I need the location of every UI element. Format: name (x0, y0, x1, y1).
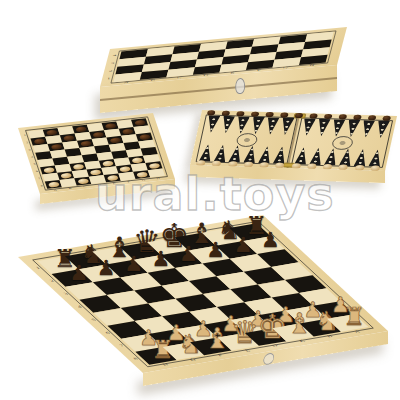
backgammon-point (235, 116, 250, 134)
coordinate-label: 4 (73, 304, 87, 309)
coordinate-label: 5 (31, 163, 39, 166)
backgammon-point (324, 148, 339, 166)
metal-clasp-icon (235, 78, 245, 95)
coordinate-label: 3 (108, 62, 118, 65)
backgammon-right-half (291, 118, 393, 168)
backgammon-point (360, 120, 375, 138)
checker-piece (77, 178, 89, 184)
chess-piece: ♜ (335, 304, 373, 329)
metal-clasp-icon (262, 351, 274, 367)
checker-piece (136, 171, 148, 177)
coordinate-label: 1 (31, 265, 45, 270)
coordinate-label: 2 (45, 278, 59, 283)
backgammon-point (368, 149, 383, 167)
coordinate-label: 8 (38, 184, 46, 187)
backgammon-point (258, 146, 273, 164)
coordinate-label: 8 (129, 356, 143, 361)
backgammon-checker-dark (382, 116, 391, 121)
backgammon-checker-dark (221, 111, 230, 116)
backgammon-point (213, 145, 228, 163)
backgammon-point (330, 119, 345, 137)
backgammon-point (345, 120, 360, 138)
backgammon-point (249, 117, 264, 135)
coordinate-label: 7 (115, 343, 129, 348)
chess-piece: ♟ (252, 230, 290, 251)
coordinate-label: 7 (36, 177, 44, 180)
backgammon-point (264, 117, 279, 135)
coordinate-label: 2 (106, 70, 116, 73)
coordinate-label: 4 (110, 54, 120, 57)
backgammon-checker-dark (309, 113, 318, 118)
backgammon-point-row (300, 118, 390, 138)
backgammon-point (273, 146, 288, 164)
backgammon-checker-dark (265, 112, 274, 117)
backgammon-checker-dark (207, 110, 216, 115)
coordinate-label: 3 (26, 148, 34, 151)
backgammon-point (375, 121, 390, 139)
backgammon-point (300, 118, 315, 136)
backgammon-checker-dark (368, 115, 377, 120)
coordinate-label: 5 (87, 317, 101, 322)
coordinate-label: 6 (101, 330, 115, 335)
backgammon-checker-dark (251, 112, 260, 117)
checker-piece (47, 181, 59, 187)
backgammon-point-row (205, 115, 295, 135)
coordinate-label: 4 (28, 155, 36, 158)
backgammon-checker-dark (294, 113, 303, 118)
backgammon-point (228, 145, 243, 163)
coordinate-label: 1 (21, 134, 29, 137)
backgammon-point (294, 147, 309, 165)
backgammon-point (220, 116, 235, 134)
backgammon-point (339, 148, 354, 166)
checker-piece (106, 175, 118, 181)
backgammon-checker-dark (280, 112, 289, 117)
backgammon-checker-dark (324, 114, 333, 119)
backgammon-left-half (196, 115, 298, 165)
backgammon-point (315, 119, 330, 137)
backgammon-point (309, 148, 324, 166)
backgammon-checker-dark (236, 111, 245, 116)
coordinate-label: 1 (104, 77, 114, 80)
product-photo: ABCDEFGH4321 ABCDEFGH12345678 ♜♞♝♛♚♝♞♜♟♟… (0, 0, 400, 400)
coordinate-label: 6 (33, 170, 41, 173)
coordinate-label: 3 (59, 291, 73, 296)
backgammon-point (353, 149, 368, 167)
backgammon-checker-dark (338, 114, 347, 119)
coordinate-label: 2 (24, 141, 32, 144)
backgammon-point (199, 144, 214, 162)
backgammon-checker-dark (353, 115, 362, 120)
backgammon-point (243, 146, 258, 164)
backgammon-board (190, 110, 397, 171)
backgammon-point (279, 118, 294, 136)
backgammon-point (205, 115, 220, 133)
